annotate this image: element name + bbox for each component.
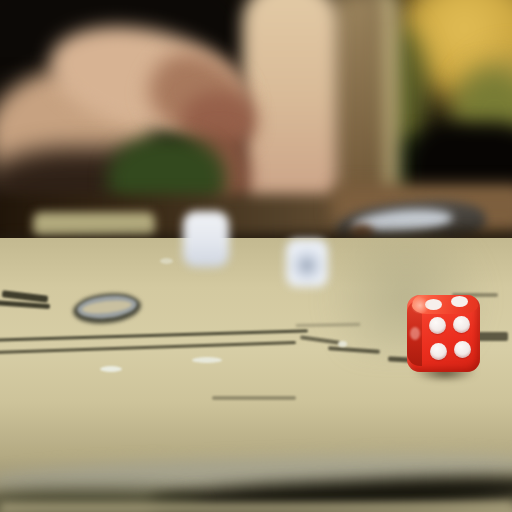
die-left-pip-faint	[410, 327, 420, 340]
die-top-pip-partial	[451, 296, 468, 307]
die-pip	[453, 316, 470, 333]
white-die-2	[286, 239, 328, 287]
red-die-front-face	[420, 310, 478, 369]
paint-speck	[100, 366, 122, 372]
die-pip	[430, 343, 447, 360]
wood-crack-line-2	[0, 341, 296, 354]
foreground-pale-strip	[0, 502, 512, 512]
background-blur	[0, 0, 512, 262]
photo-scene	[0, 0, 512, 512]
white-die-1	[183, 211, 229, 267]
paint-speck	[192, 357, 222, 363]
wood-scratch	[212, 396, 296, 400]
die-pip	[454, 341, 471, 358]
paint-speck	[160, 258, 173, 264]
die-pip	[429, 317, 446, 334]
paint-speck	[338, 341, 347, 347]
wood-crack-line-1	[0, 329, 308, 341]
red-die	[407, 295, 480, 372]
